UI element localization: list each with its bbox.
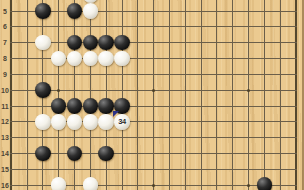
white-stone <box>98 114 113 129</box>
go-board[interactable]: 5678910111213141516 34 <box>0 0 304 190</box>
grid-line <box>169 0 170 190</box>
grid-line <box>10 169 297 170</box>
row-label: 16 <box>0 182 10 189</box>
grid-line <box>10 11 297 12</box>
white-stone <box>51 114 66 129</box>
frame-edge-shade <box>302 0 304 190</box>
white-stone <box>51 51 66 66</box>
grid-line <box>10 137 297 138</box>
row-label: 9 <box>0 71 10 78</box>
black-stone <box>83 35 98 50</box>
white-stone <box>35 35 50 50</box>
black-stone <box>98 146 113 161</box>
white-stone <box>35 114 50 129</box>
grid-line <box>58 0 59 190</box>
white-stone <box>98 51 113 66</box>
grid-line <box>122 0 123 190</box>
black-stone <box>35 146 50 161</box>
row-label: 8 <box>0 55 10 62</box>
grid-line <box>10 74 297 75</box>
grid-line <box>10 153 297 154</box>
black-stone <box>257 177 272 190</box>
black-stone <box>98 98 113 113</box>
grid-line <box>27 0 28 190</box>
row-label: 15 <box>0 166 10 173</box>
star-point <box>247 89 250 92</box>
grid-line <box>90 0 91 190</box>
grid-line <box>10 26 297 27</box>
row-label: 6 <box>0 23 10 30</box>
black-stone <box>67 3 82 18</box>
grid-line <box>106 0 107 190</box>
star-point <box>152 89 155 92</box>
grid-line <box>248 0 249 190</box>
grid-line <box>10 42 297 43</box>
black-stone <box>51 98 66 113</box>
white-stone <box>67 51 82 66</box>
white-stone <box>114 51 129 66</box>
white-stone <box>83 3 98 18</box>
grid-line <box>232 0 233 190</box>
black-stone <box>98 35 113 50</box>
row-label: 11 <box>0 103 10 110</box>
star-point <box>152 184 155 187</box>
star-point <box>57 89 60 92</box>
row-label: 14 <box>0 150 10 157</box>
black-stone <box>114 35 129 50</box>
grid-line <box>74 0 75 190</box>
triangle-marker <box>113 111 119 117</box>
white-stone <box>83 51 98 66</box>
black-stone <box>35 3 50 18</box>
grid-line <box>10 0 12 190</box>
black-stone <box>83 98 98 113</box>
grid-line <box>216 0 217 190</box>
grid-line <box>280 0 281 190</box>
row-label: 5 <box>0 8 10 15</box>
row-label: 7 <box>0 39 10 46</box>
row-label: 10 <box>0 87 10 94</box>
grid-line <box>153 0 154 190</box>
row-label: 13 <box>0 134 10 141</box>
grid-line <box>201 0 202 190</box>
black-stone <box>67 146 82 161</box>
white-stone <box>67 114 82 129</box>
black-stone <box>67 35 82 50</box>
row-label: 12 <box>0 118 10 125</box>
grid-line <box>264 0 265 190</box>
star-point <box>247 184 250 187</box>
black-stone <box>35 82 50 97</box>
black-stone <box>67 98 82 113</box>
white-stone <box>83 177 98 190</box>
grid-line <box>185 0 186 190</box>
white-stone <box>51 177 66 190</box>
grid-line <box>137 0 138 190</box>
white-stone <box>83 114 98 129</box>
grid-line <box>295 0 297 190</box>
